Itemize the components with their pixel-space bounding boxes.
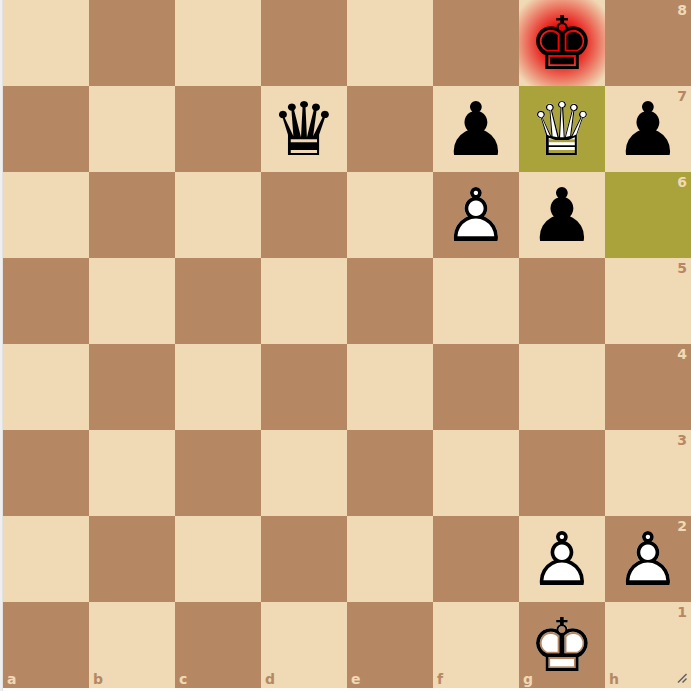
square-g3[interactable]: [519, 430, 605, 516]
square-c4[interactable]: [175, 344, 261, 430]
square-a7[interactable]: [3, 86, 89, 172]
board-resize-handle-icon[interactable]: [676, 672, 688, 684]
black-pawn[interactable]: ♟: [433, 86, 519, 172]
square-a1[interactable]: a: [3, 602, 89, 688]
square-d2[interactable]: [261, 516, 347, 602]
square-d4[interactable]: [261, 344, 347, 430]
square-c7[interactable]: [175, 86, 261, 172]
square-e5[interactable]: [347, 258, 433, 344]
square-b6[interactable]: [89, 172, 175, 258]
square-d7[interactable]: ♛: [261, 86, 347, 172]
square-e3[interactable]: [347, 430, 433, 516]
square-g7[interactable]: ♛♕: [519, 86, 605, 172]
square-g5[interactable]: [519, 258, 605, 344]
white-king[interactable]: ♚♔: [519, 602, 605, 688]
square-a4[interactable]: [3, 344, 89, 430]
square-g6[interactable]: ♟: [519, 172, 605, 258]
white-queen[interactable]: ♛♕: [519, 86, 605, 172]
square-f8[interactable]: [433, 0, 519, 86]
square-h4[interactable]: 4: [605, 344, 691, 430]
square-c8[interactable]: [175, 0, 261, 86]
square-h3[interactable]: 3: [605, 430, 691, 516]
file-label-a: a: [7, 671, 16, 687]
square-h1[interactable]: 1h: [605, 602, 691, 688]
file-label-c: c: [179, 671, 187, 687]
black-queen[interactable]: ♛: [261, 86, 347, 172]
square-h5[interactable]: 5: [605, 258, 691, 344]
white-pawn[interactable]: ♟♙: [605, 516, 691, 602]
square-b7[interactable]: [89, 86, 175, 172]
square-g2[interactable]: ♟♙: [519, 516, 605, 602]
page: ♚8♛♟♛♕♟7♟♙♟6543♟♙♟♙2abcdef♚♔g1h: [0, 0, 691, 691]
square-f7[interactable]: ♟: [433, 86, 519, 172]
square-g8[interactable]: ♚: [519, 0, 605, 86]
rank-label-3: 3: [677, 432, 687, 448]
rank-label-5: 5: [677, 260, 687, 276]
black-king[interactable]: ♚: [519, 0, 605, 86]
square-f2[interactable]: [433, 516, 519, 602]
square-f6[interactable]: ♟♙: [433, 172, 519, 258]
square-d6[interactable]: [261, 172, 347, 258]
rank-label-1: 1: [677, 604, 687, 620]
square-e4[interactable]: [347, 344, 433, 430]
square-c2[interactable]: [175, 516, 261, 602]
rank-label-6: 6: [677, 174, 687, 190]
square-g1[interactable]: ♚♔g: [519, 602, 605, 688]
square-a8[interactable]: [3, 0, 89, 86]
white-pawn[interactable]: ♟♙: [519, 516, 605, 602]
black-pawn[interactable]: ♟: [519, 172, 605, 258]
square-e2[interactable]: [347, 516, 433, 602]
rank-label-4: 4: [677, 346, 687, 362]
file-label-h: h: [609, 671, 619, 687]
square-h6[interactable]: 6: [605, 172, 691, 258]
square-a6[interactable]: [3, 172, 89, 258]
square-b2[interactable]: [89, 516, 175, 602]
square-d8[interactable]: [261, 0, 347, 86]
square-c1[interactable]: c: [175, 602, 261, 688]
square-e1[interactable]: e: [347, 602, 433, 688]
white-pawn[interactable]: ♟♙: [433, 172, 519, 258]
square-a5[interactable]: [3, 258, 89, 344]
square-e7[interactable]: [347, 86, 433, 172]
square-d3[interactable]: [261, 430, 347, 516]
square-b1[interactable]: b: [89, 602, 175, 688]
square-f3[interactable]: [433, 430, 519, 516]
file-label-f: f: [437, 671, 443, 687]
square-c5[interactable]: [175, 258, 261, 344]
square-f1[interactable]: f: [433, 602, 519, 688]
square-b4[interactable]: [89, 344, 175, 430]
file-label-b: b: [93, 671, 103, 687]
file-label-d: d: [265, 671, 275, 687]
rank-label-8: 8: [677, 2, 687, 18]
square-c3[interactable]: [175, 430, 261, 516]
square-e6[interactable]: [347, 172, 433, 258]
square-a3[interactable]: [3, 430, 89, 516]
square-b5[interactable]: [89, 258, 175, 344]
square-a2[interactable]: [3, 516, 89, 602]
file-label-e: e: [351, 671, 361, 687]
square-b3[interactable]: [89, 430, 175, 516]
square-h2[interactable]: ♟♙2: [605, 516, 691, 602]
square-h7[interactable]: ♟7: [605, 86, 691, 172]
square-g4[interactable]: [519, 344, 605, 430]
square-h8[interactable]: 8: [605, 0, 691, 86]
square-f5[interactable]: [433, 258, 519, 344]
square-d5[interactable]: [261, 258, 347, 344]
square-d1[interactable]: d: [261, 602, 347, 688]
chess-board[interactable]: ♚8♛♟♛♕♟7♟♙♟6543♟♙♟♙2abcdef♚♔g1h: [3, 0, 691, 688]
black-pawn[interactable]: ♟: [605, 86, 691, 172]
square-b8[interactable]: [89, 0, 175, 86]
square-c6[interactable]: [175, 172, 261, 258]
square-f4[interactable]: [433, 344, 519, 430]
square-e8[interactable]: [347, 0, 433, 86]
